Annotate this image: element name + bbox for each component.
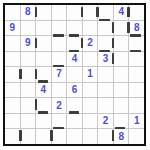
cell-r1c6[interactable] — [83, 5, 98, 20]
cell-r7c6[interactable] — [83, 98, 98, 113]
given-digit: 8 — [25, 7, 31, 17]
cell-r9c1[interactable] — [5, 129, 20, 144]
cell-r8c4[interactable] — [52, 114, 67, 129]
cell-r6c6[interactable] — [83, 83, 98, 98]
given-digit: 9 — [9, 23, 15, 33]
cell-r5c6[interactable]: 1 — [83, 67, 98, 82]
cell-r6c4[interactable] — [52, 83, 67, 98]
cell-r5c4[interactable]: 7 — [52, 67, 67, 82]
cell-r9c5[interactable] — [67, 129, 82, 144]
cell-r2c9[interactable]: 8 — [129, 21, 144, 36]
cell-r3c6[interactable]: 2 — [83, 36, 98, 51]
cell-r8c3[interactable] — [36, 114, 51, 129]
cell-r5c9[interactable] — [129, 67, 144, 82]
consecutive-sudoku-board: 8498924371462218 — [3, 3, 146, 146]
cell-r4c7[interactable]: 3 — [98, 52, 113, 67]
cell-r4c6[interactable] — [83, 52, 98, 67]
cell-r1c3[interactable] — [36, 5, 51, 20]
cell-r9c4[interactable] — [52, 129, 67, 144]
given-digit: 4 — [118, 7, 124, 17]
cell-grid: 8498924371462218 — [5, 5, 144, 144]
given-digit: 3 — [103, 54, 109, 64]
cell-r8c1[interactable] — [5, 114, 20, 129]
cell-r4c2[interactable] — [21, 52, 36, 67]
cell-r5c3[interactable] — [36, 67, 51, 82]
cell-r6c2[interactable] — [21, 83, 36, 98]
cell-r3c2[interactable]: 9 — [21, 36, 36, 51]
given-digit: 4 — [72, 54, 78, 64]
cell-r8c6[interactable] — [83, 114, 98, 129]
cell-r3c3[interactable] — [36, 36, 51, 51]
cell-r3c1[interactable] — [5, 36, 20, 51]
cell-r5c8[interactable] — [114, 67, 129, 82]
cell-r1c1[interactable] — [5, 5, 20, 20]
given-digit: 8 — [134, 23, 140, 33]
given-digit: 9 — [25, 38, 31, 48]
cell-r2c4[interactable] — [52, 21, 67, 36]
cell-r8c2[interactable] — [21, 114, 36, 129]
cell-r8c5[interactable] — [67, 114, 82, 129]
cell-r4c5[interactable]: 4 — [67, 52, 82, 67]
cell-r5c1[interactable] — [5, 67, 20, 82]
cell-r3c7[interactable] — [98, 36, 113, 51]
given-digit: 2 — [103, 116, 109, 126]
cell-r4c8[interactable] — [114, 52, 129, 67]
cell-r7c1[interactable] — [5, 98, 20, 113]
cell-r2c1[interactable]: 9 — [5, 21, 20, 36]
cell-r6c5[interactable]: 6 — [67, 83, 82, 98]
cell-r8c7[interactable]: 2 — [98, 114, 113, 129]
cell-r5c2[interactable] — [21, 67, 36, 82]
cell-r6c9[interactable] — [129, 83, 144, 98]
cell-r7c7[interactable] — [98, 98, 113, 113]
given-digit: 4 — [41, 85, 47, 95]
cell-r9c8[interactable]: 8 — [114, 129, 129, 144]
given-digit: 1 — [87, 69, 93, 79]
cell-r9c7[interactable] — [98, 129, 113, 144]
given-digit: 2 — [87, 38, 93, 48]
cell-r6c8[interactable] — [114, 83, 129, 98]
cell-r5c7[interactable] — [98, 67, 113, 82]
given-digit: 6 — [72, 85, 78, 95]
given-digit: 2 — [56, 101, 62, 111]
cell-r6c1[interactable] — [5, 83, 20, 98]
cell-r2c8[interactable] — [114, 21, 129, 36]
cell-r2c2[interactable] — [21, 21, 36, 36]
cell-r4c3[interactable] — [36, 52, 51, 67]
cell-r5c5[interactable] — [67, 67, 82, 82]
given-digit: 1 — [134, 116, 140, 126]
cell-r1c9[interactable] — [129, 5, 144, 20]
cell-r8c8[interactable] — [114, 114, 129, 129]
cell-r3c4[interactable] — [52, 36, 67, 51]
cell-r1c7[interactable] — [98, 5, 113, 20]
cell-r7c2[interactable] — [21, 98, 36, 113]
cell-r2c3[interactable] — [36, 21, 51, 36]
cell-r9c6[interactable] — [83, 129, 98, 144]
cell-r7c5[interactable] — [67, 98, 82, 113]
cell-r2c7[interactable] — [98, 21, 113, 36]
cell-r9c3[interactable] — [36, 129, 51, 144]
cell-r4c4[interactable] — [52, 52, 67, 67]
cell-r3c9[interactable] — [129, 36, 144, 51]
cell-r9c9[interactable] — [129, 129, 144, 144]
cell-r7c9[interactable] — [129, 98, 144, 113]
cell-r4c9[interactable] — [129, 52, 144, 67]
cell-r4c1[interactable] — [5, 52, 20, 67]
cell-r8c9[interactable]: 1 — [129, 114, 144, 129]
cell-r7c4[interactable]: 2 — [52, 98, 67, 113]
cell-r2c5[interactable] — [67, 21, 82, 36]
cell-r2c6[interactable] — [83, 21, 98, 36]
cell-r1c4[interactable] — [52, 5, 67, 20]
cell-r3c5[interactable] — [67, 36, 82, 51]
given-digit: 7 — [56, 69, 62, 79]
cell-r1c2[interactable]: 8 — [21, 5, 36, 20]
given-digit: 8 — [118, 132, 124, 142]
cell-r6c3[interactable]: 4 — [36, 83, 51, 98]
cell-r1c8[interactable]: 4 — [114, 5, 129, 20]
cell-r6c7[interactable] — [98, 83, 113, 98]
cell-r1c5[interactable] — [67, 5, 82, 20]
cell-r7c3[interactable] — [36, 98, 51, 113]
cell-r9c2[interactable] — [21, 129, 36, 144]
cell-r7c8[interactable] — [114, 98, 129, 113]
cell-r3c8[interactable] — [114, 36, 129, 51]
